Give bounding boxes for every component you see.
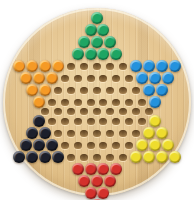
hole[interactable] bbox=[61, 75, 69, 82]
marble-black[interactable]: ● bbox=[33, 115, 45, 127]
hole[interactable] bbox=[112, 142, 120, 149]
hole[interactable] bbox=[99, 142, 107, 149]
marble-green[interactable]: ● bbox=[104, 36, 116, 48]
hole[interactable] bbox=[132, 108, 140, 115]
hole[interactable] bbox=[54, 108, 62, 115]
marble-orange[interactable]: ● bbox=[39, 84, 51, 96]
marble-black[interactable]: ● bbox=[13, 151, 25, 163]
hole[interactable] bbox=[125, 118, 133, 125]
hole[interactable] bbox=[125, 99, 133, 106]
hole[interactable] bbox=[138, 118, 146, 125]
hole[interactable] bbox=[61, 142, 69, 149]
marble-green[interactable]: ● bbox=[85, 24, 97, 36]
hole[interactable] bbox=[119, 63, 127, 70]
hole[interactable] bbox=[80, 108, 88, 115]
marble-red[interactable]: ● bbox=[91, 199, 103, 200]
marble-black[interactable]: ● bbox=[46, 139, 58, 151]
hole[interactable] bbox=[41, 108, 49, 115]
marble-green[interactable]: ● bbox=[78, 36, 90, 48]
marble-blue[interactable]: ● bbox=[143, 84, 155, 96]
marble-red[interactable]: ● bbox=[97, 187, 109, 199]
hole[interactable] bbox=[54, 87, 62, 94]
marble-blue[interactable]: ● bbox=[149, 96, 161, 108]
hole[interactable] bbox=[93, 108, 101, 115]
hole[interactable] bbox=[67, 130, 75, 137]
marble-green[interactable]: ● bbox=[97, 24, 109, 36]
hole[interactable] bbox=[145, 108, 153, 115]
marble-black[interactable]: ● bbox=[52, 151, 64, 163]
hole[interactable] bbox=[132, 130, 140, 137]
hole[interactable] bbox=[80, 154, 88, 161]
hole[interactable] bbox=[112, 118, 120, 125]
marble-red[interactable]: ● bbox=[97, 163, 109, 175]
hole[interactable] bbox=[74, 118, 82, 125]
marble-green[interactable]: ● bbox=[72, 48, 84, 60]
hole[interactable] bbox=[54, 130, 62, 137]
hole[interactable] bbox=[61, 118, 69, 125]
hole[interactable] bbox=[67, 108, 75, 115]
hole[interactable] bbox=[67, 63, 75, 70]
marble-yellow[interactable]: ● bbox=[136, 139, 148, 151]
marble-orange[interactable]: ● bbox=[46, 72, 58, 84]
marble-red[interactable]: ● bbox=[104, 175, 116, 187]
marble-blue[interactable]: ● bbox=[143, 60, 155, 72]
hole[interactable] bbox=[106, 154, 114, 161]
marble-blue[interactable]: ● bbox=[156, 84, 168, 96]
hole[interactable] bbox=[119, 87, 127, 94]
hole[interactable] bbox=[87, 99, 95, 106]
chinese-checkers-board: ●●●●●●●●●●●●●●●●●●●●●●●●●●●●●●●●●●●●●●●●… bbox=[3, 8, 191, 196]
marble-black[interactable]: ● bbox=[26, 151, 38, 163]
hole[interactable] bbox=[61, 99, 69, 106]
marble-blue[interactable]: ● bbox=[149, 72, 161, 84]
marble-black[interactable]: ● bbox=[26, 127, 38, 139]
marble-blue[interactable]: ● bbox=[136, 72, 148, 84]
hole[interactable] bbox=[93, 130, 101, 137]
marble-orange[interactable]: ● bbox=[13, 60, 25, 72]
hole[interactable] bbox=[125, 75, 133, 82]
hole[interactable] bbox=[80, 63, 88, 70]
board-photo: ●●●●●●●●●●●●●●●●●●●●●●●●●●●●●●●●●●●●●●●●… bbox=[0, 0, 194, 200]
marble-blue[interactable]: ● bbox=[130, 60, 142, 72]
marble-green[interactable]: ● bbox=[85, 48, 97, 60]
marble-orange[interactable]: ● bbox=[33, 72, 45, 84]
marble-red[interactable]: ● bbox=[72, 163, 84, 175]
hole[interactable] bbox=[74, 142, 82, 149]
hole[interactable] bbox=[87, 142, 95, 149]
hole[interactable] bbox=[132, 87, 140, 94]
marble-blue[interactable]: ● bbox=[162, 72, 174, 84]
hole[interactable] bbox=[74, 99, 82, 106]
hole[interactable] bbox=[99, 118, 107, 125]
marble-red[interactable]: ● bbox=[91, 175, 103, 187]
hole[interactable] bbox=[106, 87, 114, 94]
hole[interactable] bbox=[67, 154, 75, 161]
marble-black[interactable]: ● bbox=[39, 151, 51, 163]
hole[interactable] bbox=[87, 118, 95, 125]
marble-green[interactable]: ● bbox=[97, 48, 109, 60]
marble-red[interactable]: ● bbox=[110, 163, 122, 175]
hole[interactable] bbox=[119, 130, 127, 137]
hole[interactable] bbox=[80, 87, 88, 94]
hole[interactable] bbox=[99, 75, 107, 82]
hole[interactable] bbox=[80, 130, 88, 137]
marble-yellow[interactable]: ● bbox=[130, 151, 142, 163]
hole[interactable] bbox=[48, 99, 56, 106]
marble-green[interactable]: ● bbox=[91, 36, 103, 48]
marble-yellow[interactable]: ● bbox=[143, 151, 155, 163]
hole[interactable] bbox=[48, 118, 56, 125]
hole-grid: ●●●●●●●●●●●●●●●●●●●●●●●●●●●●●●●●●●●●●●●●… bbox=[13, 12, 181, 190]
hole[interactable] bbox=[138, 99, 146, 106]
marble-black[interactable]: ● bbox=[33, 139, 45, 151]
marble-black[interactable]: ● bbox=[20, 139, 32, 151]
marble-red[interactable]: ● bbox=[78, 175, 90, 187]
marble-yellow[interactable]: ● bbox=[143, 127, 155, 139]
hole[interactable] bbox=[87, 75, 95, 82]
hole[interactable] bbox=[112, 75, 120, 82]
marble-blue[interactable]: ● bbox=[169, 60, 181, 72]
marble-orange[interactable]: ● bbox=[26, 84, 38, 96]
marble-orange[interactable]: ● bbox=[20, 72, 32, 84]
marble-orange[interactable]: ● bbox=[39, 60, 51, 72]
marble-yellow[interactable]: ● bbox=[169, 151, 181, 163]
hole[interactable] bbox=[67, 87, 75, 94]
marble-yellow[interactable]: ● bbox=[156, 151, 168, 163]
hole[interactable] bbox=[112, 99, 120, 106]
hole[interactable] bbox=[119, 108, 127, 115]
hole[interactable] bbox=[93, 63, 101, 70]
marble-yellow[interactable]: ● bbox=[149, 115, 161, 127]
marble-yellow[interactable]: ● bbox=[162, 139, 174, 151]
marble-blue[interactable]: ● bbox=[156, 60, 168, 72]
hole[interactable] bbox=[93, 87, 101, 94]
marble-orange[interactable]: ● bbox=[52, 60, 64, 72]
hole[interactable] bbox=[119, 154, 127, 161]
hole[interactable] bbox=[74, 75, 82, 82]
marble-red[interactable]: ● bbox=[85, 187, 97, 199]
hole[interactable] bbox=[106, 130, 114, 137]
marble-black[interactable]: ● bbox=[39, 127, 51, 139]
marble-green[interactable]: ● bbox=[91, 12, 103, 24]
hole[interactable] bbox=[93, 154, 101, 161]
hole[interactable] bbox=[99, 99, 107, 106]
marble-green[interactable]: ● bbox=[110, 48, 122, 60]
marble-yellow[interactable]: ● bbox=[149, 139, 161, 151]
hole[interactable] bbox=[125, 142, 133, 149]
marble-red[interactable]: ● bbox=[85, 163, 97, 175]
hole[interactable] bbox=[106, 108, 114, 115]
hole[interactable] bbox=[106, 63, 114, 70]
marble-yellow[interactable]: ● bbox=[156, 127, 168, 139]
marble-orange[interactable]: ● bbox=[33, 96, 45, 108]
marble-orange[interactable]: ● bbox=[26, 60, 38, 72]
